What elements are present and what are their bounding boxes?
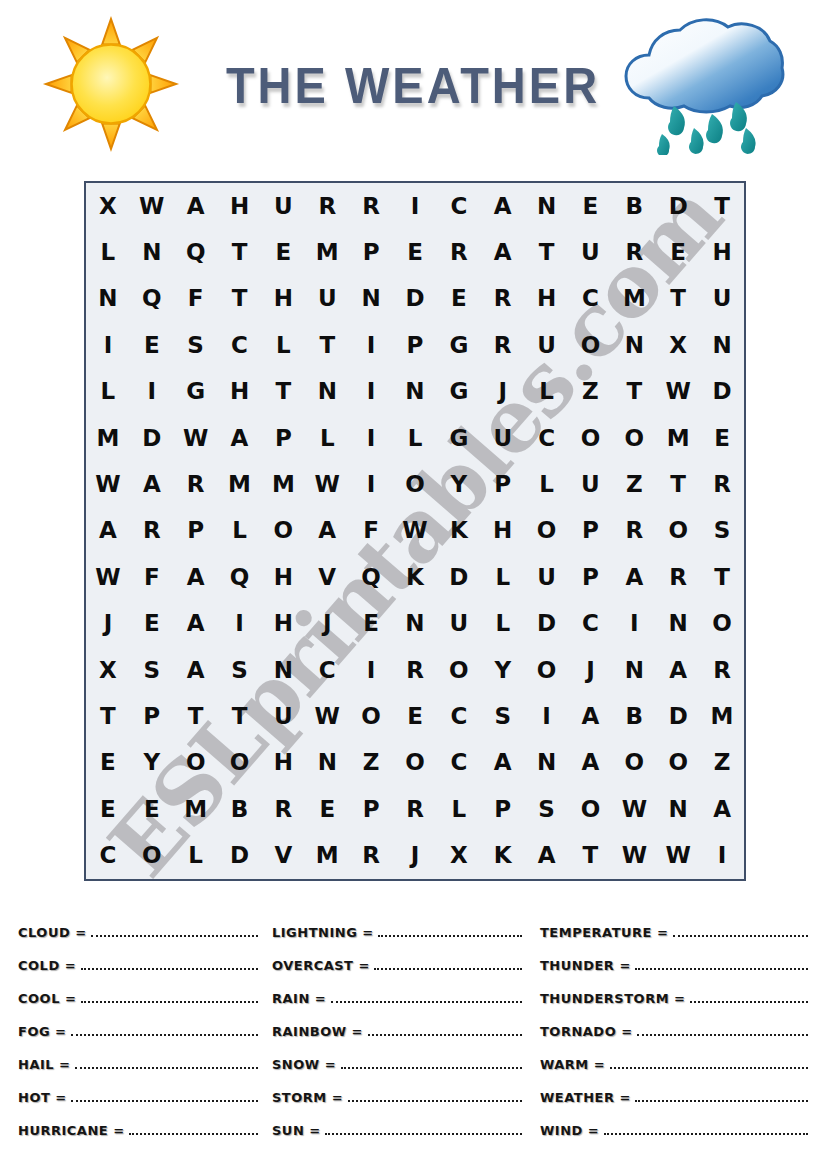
grid-cell-r12c2: P bbox=[130, 693, 174, 739]
equals-sign: = bbox=[55, 1024, 66, 1039]
grid-cell-r3c15: U bbox=[700, 276, 744, 322]
grid-cell-r7c11: L bbox=[525, 461, 569, 507]
grid-cell-r8c10: H bbox=[481, 508, 525, 554]
word-label: THUNDERSTORM bbox=[540, 991, 669, 1009]
grid-cell-r11c10: Y bbox=[481, 647, 525, 693]
grid-cell-r13c12: A bbox=[569, 740, 613, 786]
grid-cell-r15c15: I bbox=[700, 833, 744, 879]
equals-sign: = bbox=[674, 991, 685, 1006]
grid-cell-r13c13: O bbox=[612, 740, 656, 786]
word-label: TEMPERATURE bbox=[540, 925, 652, 943]
answer-line bbox=[75, 1067, 258, 1069]
grid-cell-r13c3: O bbox=[174, 740, 218, 786]
grid-cell-r15c4: D bbox=[218, 833, 262, 879]
grid-cell-r13c14: O bbox=[656, 740, 700, 786]
grid-cell-r10c9: U bbox=[437, 601, 481, 647]
equals-sign: = bbox=[621, 1024, 632, 1039]
grid-cell-r9c2: F bbox=[130, 554, 174, 600]
equals-sign: = bbox=[59, 1057, 70, 1072]
grid-cell-r14c13: W bbox=[612, 786, 656, 832]
grid-cell-r5c8: N bbox=[393, 369, 437, 415]
grid-cell-r4c6: T bbox=[305, 322, 349, 368]
grid-cell-r4c11: U bbox=[525, 322, 569, 368]
grid-cell-r10c11: D bbox=[525, 601, 569, 647]
grid-cell-r8c8: W bbox=[393, 508, 437, 554]
answer-line bbox=[71, 1034, 258, 1036]
word-label: SUN bbox=[272, 1123, 304, 1141]
grid-cell-r11c9: O bbox=[437, 647, 481, 693]
word-list-row: HAIL= bbox=[18, 1042, 258, 1075]
grid-cell-r10c12: C bbox=[569, 601, 613, 647]
word-label: WARM bbox=[540, 1057, 589, 1075]
answer-line bbox=[81, 1001, 258, 1003]
answer-line bbox=[604, 1133, 808, 1135]
equals-sign: = bbox=[65, 958, 76, 973]
equals-sign: = bbox=[65, 991, 76, 1006]
grid-cell-r6c8: L bbox=[393, 415, 437, 461]
answer-line bbox=[368, 1034, 523, 1036]
grid-cell-r8c13: R bbox=[612, 508, 656, 554]
grid-cell-r9c7: Q bbox=[349, 554, 393, 600]
answer-line bbox=[635, 968, 808, 970]
grid-cell-r6c5: P bbox=[261, 415, 305, 461]
grid-cell-r5c13: T bbox=[612, 369, 656, 415]
grid-cell-r9c11: U bbox=[525, 554, 569, 600]
word-list-row: WARM= bbox=[540, 1042, 808, 1075]
equals-sign: = bbox=[309, 1123, 320, 1138]
grid-cell-r2c4: T bbox=[218, 229, 262, 275]
grid-cell-r4c14: X bbox=[656, 322, 700, 368]
grid-cell-r3c1: N bbox=[86, 276, 130, 322]
grid-cell-r12c4: T bbox=[218, 693, 262, 739]
grid-cell-r15c10: K bbox=[481, 833, 525, 879]
grid-cell-r3c5: H bbox=[261, 276, 305, 322]
grid-cell-r6c1: M bbox=[86, 415, 130, 461]
word-label: RAINBOW bbox=[272, 1024, 347, 1042]
word-label: SNOW bbox=[272, 1057, 320, 1075]
grid-cell-r8c1: A bbox=[86, 508, 130, 554]
answer-line bbox=[673, 935, 808, 937]
grid-cell-r7c7: I bbox=[349, 461, 393, 507]
grid-cell-r13c11: N bbox=[525, 740, 569, 786]
grid-cell-r3c6: U bbox=[305, 276, 349, 322]
grid-cell-r11c15: R bbox=[700, 647, 744, 693]
grid-cell-r15c11: A bbox=[525, 833, 569, 879]
grid-cell-r5c4: H bbox=[218, 369, 262, 415]
word-label: WEATHER bbox=[540, 1090, 614, 1108]
grid-cell-r10c1: J bbox=[86, 601, 130, 647]
equals-sign: = bbox=[55, 1090, 66, 1105]
grid-cell-r6c15: E bbox=[700, 415, 744, 461]
grid-cell-r2c5: E bbox=[261, 229, 305, 275]
grid-cell-r5c5: T bbox=[261, 369, 305, 415]
grid-cell-r3c13: M bbox=[612, 276, 656, 322]
grid-cell-r8c7: F bbox=[349, 508, 393, 554]
grid-cell-r12c14: D bbox=[656, 693, 700, 739]
word-label: RAIN bbox=[272, 991, 310, 1009]
grid-cell-r10c2: E bbox=[130, 601, 174, 647]
grid-cell-r12c1: T bbox=[86, 693, 130, 739]
grid-cell-r7c6: W bbox=[305, 461, 349, 507]
answer-line bbox=[348, 1100, 522, 1102]
word-label: FOG bbox=[18, 1024, 50, 1042]
rain-cloud-icon bbox=[616, 10, 786, 155]
grid-cell-r15c8: J bbox=[393, 833, 437, 879]
equals-sign: = bbox=[325, 1057, 336, 1072]
answer-line bbox=[635, 1100, 808, 1102]
grid-cell-r6c7: I bbox=[349, 415, 393, 461]
grid-cell-r7c1: W bbox=[86, 461, 130, 507]
grid-cell-r12c6: W bbox=[305, 693, 349, 739]
word-list-column-2: LIGHTNING=OVERCAST=RAIN=RAINBOW=SNOW=STO… bbox=[272, 910, 522, 1141]
grid-cell-r5c12: Z bbox=[569, 369, 613, 415]
word-label: COLD bbox=[18, 958, 60, 976]
grid-cell-r14c4: B bbox=[218, 786, 262, 832]
grid-cell-r14c9: L bbox=[437, 786, 481, 832]
equals-sign: = bbox=[594, 1057, 605, 1072]
grid-cell-r13c4: O bbox=[218, 740, 262, 786]
grid-cell-r2c10: A bbox=[481, 229, 525, 275]
grid-cell-r2c14: E bbox=[656, 229, 700, 275]
grid-cell-r10c3: A bbox=[174, 601, 218, 647]
grid-cell-r3c7: N bbox=[349, 276, 393, 322]
grid-cell-r15c6: M bbox=[305, 833, 349, 879]
grid-cell-r9c6: V bbox=[305, 554, 349, 600]
grid-cell-r5c14: W bbox=[656, 369, 700, 415]
grid-cell-r2c13: R bbox=[612, 229, 656, 275]
grid-cell-r13c7: Z bbox=[349, 740, 393, 786]
grid-cell-r1c10: A bbox=[481, 183, 525, 229]
grid-cell-r10c4: I bbox=[218, 601, 262, 647]
grid-cell-r7c8: O bbox=[393, 461, 437, 507]
grid-cell-r11c12: J bbox=[569, 647, 613, 693]
equals-sign: = bbox=[359, 958, 370, 973]
grid-cell-r6c4: A bbox=[218, 415, 262, 461]
grid-cell-r5c3: G bbox=[174, 369, 218, 415]
grid-cell-r10c10: L bbox=[481, 601, 525, 647]
word-label: THUNDER bbox=[540, 958, 614, 976]
word-label: HURRICANE bbox=[18, 1123, 108, 1141]
grid-cell-r11c5: N bbox=[261, 647, 305, 693]
grid-cell-r4c1: I bbox=[86, 322, 130, 368]
grid-cell-r9c3: A bbox=[174, 554, 218, 600]
grid-cell-r14c11: S bbox=[525, 786, 569, 832]
word-list-row: COLD= bbox=[18, 943, 258, 976]
grid-cell-r10c6: J bbox=[305, 601, 349, 647]
grid-cell-r6c9: G bbox=[437, 415, 481, 461]
grid-cell-r12c5: U bbox=[261, 693, 305, 739]
grid-cell-r5c1: L bbox=[86, 369, 130, 415]
grid-cell-r11c14: A bbox=[656, 647, 700, 693]
grid-cell-r4c15: N bbox=[700, 322, 744, 368]
equals-sign: = bbox=[619, 958, 630, 973]
word-label: COOL bbox=[18, 991, 60, 1009]
answer-line bbox=[374, 968, 522, 970]
grid-cell-r14c6: E bbox=[305, 786, 349, 832]
grid-cell-r12c8: E bbox=[393, 693, 437, 739]
grid-cell-r3c12: C bbox=[569, 276, 613, 322]
equals-sign: = bbox=[619, 1090, 630, 1105]
grid-cell-r1c2: W bbox=[130, 183, 174, 229]
grid-cell-r6c3: W bbox=[174, 415, 218, 461]
equals-sign: = bbox=[362, 925, 373, 940]
word-list-row: TORNADO= bbox=[540, 1009, 808, 1042]
grid-cell-r6c2: D bbox=[130, 415, 174, 461]
equals-sign: = bbox=[588, 1123, 599, 1138]
equals-sign: = bbox=[113, 1123, 124, 1138]
grid-cell-r2c8: E bbox=[393, 229, 437, 275]
grid-cell-r8c11: O bbox=[525, 508, 569, 554]
grid-cell-r5c11: L bbox=[525, 369, 569, 415]
grid-cell-r8c5: O bbox=[261, 508, 305, 554]
word-list-row: WEATHER= bbox=[540, 1075, 808, 1108]
grid-cell-r8c14: O bbox=[656, 508, 700, 554]
grid-cell-r1c3: A bbox=[174, 183, 218, 229]
grid-cell-r10c15: O bbox=[700, 601, 744, 647]
grid-cell-r15c2: O bbox=[130, 833, 174, 879]
grid-cell-r2c3: Q bbox=[174, 229, 218, 275]
grid-cell-r14c10: P bbox=[481, 786, 525, 832]
grid-cell-r6c11: C bbox=[525, 415, 569, 461]
grid-cell-r15c5: V bbox=[261, 833, 305, 879]
word-label: LIGHTNING bbox=[272, 925, 357, 943]
grid-cell-r7c13: Z bbox=[612, 461, 656, 507]
grid-cell-r8c9: K bbox=[437, 508, 481, 554]
grid-cell-r3c3: F bbox=[174, 276, 218, 322]
equals-sign: = bbox=[315, 991, 326, 1006]
grid-cell-r14c15: A bbox=[700, 786, 744, 832]
grid-cell-r3c2: Q bbox=[130, 276, 174, 322]
grid-cell-r15c1: C bbox=[86, 833, 130, 879]
word-search-grid: XWAHURRICANEBDTLNQTEMPERATUREHNQFTHUNDER… bbox=[86, 183, 744, 879]
grid-cell-r5c10: J bbox=[481, 369, 525, 415]
word-list-column-3: TEMPERATURE=THUNDER=THUNDERSTORM=TORNADO… bbox=[540, 910, 808, 1141]
grid-cell-r4c3: S bbox=[174, 322, 218, 368]
answer-line bbox=[325, 1133, 522, 1135]
grid-cell-r7c10: P bbox=[481, 461, 525, 507]
grid-cell-r12c10: S bbox=[481, 693, 525, 739]
grid-cell-r9c8: K bbox=[393, 554, 437, 600]
grid-cell-r14c3: M bbox=[174, 786, 218, 832]
word-list-row: OVERCAST= bbox=[272, 943, 522, 976]
word-list-row: CLOUD= bbox=[18, 910, 258, 943]
grid-cell-r6c10: U bbox=[481, 415, 525, 461]
grid-cell-r10c7: E bbox=[349, 601, 393, 647]
word-label: OVERCAST bbox=[272, 958, 354, 976]
word-list-row: RAIN= bbox=[272, 976, 522, 1009]
grid-cell-r12c9: C bbox=[437, 693, 481, 739]
grid-cell-r4c9: G bbox=[437, 322, 481, 368]
grid-cell-r4c5: L bbox=[261, 322, 305, 368]
word-list: CLOUD=COLD=COOL=FOG=HAIL=HOT=HURRICANE=L… bbox=[18, 910, 808, 1141]
grid-cell-r13c2: Y bbox=[130, 740, 174, 786]
grid-cell-r3c4: T bbox=[218, 276, 262, 322]
worksheet-page: THE WEATHER bbox=[0, 0, 826, 1169]
grid-cell-r10c8: N bbox=[393, 601, 437, 647]
grid-cell-r7c2: A bbox=[130, 461, 174, 507]
grid-cell-r7c12: U bbox=[569, 461, 613, 507]
word-label: STORM bbox=[272, 1090, 327, 1108]
grid-cell-r7c14: T bbox=[656, 461, 700, 507]
grid-cell-r5c15: D bbox=[700, 369, 744, 415]
grid-cell-r11c7: I bbox=[349, 647, 393, 693]
word-list-row: THUNDERSTORM= bbox=[540, 976, 808, 1009]
word-list-row: LIGHTNING= bbox=[272, 910, 522, 943]
grid-cell-r7c9: Y bbox=[437, 461, 481, 507]
grid-cell-r13c15: Z bbox=[700, 740, 744, 786]
grid-cell-r9c13: A bbox=[612, 554, 656, 600]
answer-line bbox=[81, 968, 258, 970]
grid-cell-r7c3: R bbox=[174, 461, 218, 507]
grid-cell-r2c11: T bbox=[525, 229, 569, 275]
grid-cell-r7c5: M bbox=[261, 461, 305, 507]
grid-cell-r14c12: O bbox=[569, 786, 613, 832]
grid-cell-r12c15: M bbox=[700, 693, 744, 739]
grid-cell-r9c5: H bbox=[261, 554, 305, 600]
grid-cell-r2c9: R bbox=[437, 229, 481, 275]
word-list-row: HURRICANE= bbox=[18, 1108, 258, 1141]
word-list-row: HOT= bbox=[18, 1075, 258, 1108]
grid-cell-r5c9: G bbox=[437, 369, 481, 415]
grid-cell-r1c4: H bbox=[218, 183, 262, 229]
grid-cell-r12c12: A bbox=[569, 693, 613, 739]
grid-cell-r13c10: A bbox=[481, 740, 525, 786]
grid-cell-r3c8: D bbox=[393, 276, 437, 322]
grid-cell-r4c10: R bbox=[481, 322, 525, 368]
grid-cell-r10c5: H bbox=[261, 601, 305, 647]
grid-cell-r5c6: N bbox=[305, 369, 349, 415]
word-search-board: ESLprintables.com XWAHURRICANEBDTLNQTEMP… bbox=[84, 181, 746, 881]
grid-cell-r4c13: N bbox=[612, 322, 656, 368]
grid-cell-r13c8: O bbox=[393, 740, 437, 786]
grid-cell-r15c3: L bbox=[174, 833, 218, 879]
grid-cell-r11c4: S bbox=[218, 647, 262, 693]
grid-cell-r3c11: H bbox=[525, 276, 569, 322]
grid-cell-r12c13: B bbox=[612, 693, 656, 739]
grid-cell-r2c6: M bbox=[305, 229, 349, 275]
word-list-row: TEMPERATURE= bbox=[540, 910, 808, 943]
grid-cell-r15c14: W bbox=[656, 833, 700, 879]
answer-line bbox=[610, 1067, 808, 1069]
word-list-row: FOG= bbox=[18, 1009, 258, 1042]
word-label: HAIL bbox=[18, 1057, 54, 1075]
word-label: WIND bbox=[540, 1123, 583, 1141]
grid-cell-r8c15: S bbox=[700, 508, 744, 554]
grid-cell-r14c8: R bbox=[393, 786, 437, 832]
answer-line bbox=[341, 1067, 522, 1069]
grid-cell-r15c12: T bbox=[569, 833, 613, 879]
grid-cell-r5c7: I bbox=[349, 369, 393, 415]
grid-cell-r2c1: L bbox=[86, 229, 130, 275]
grid-cell-r2c12: U bbox=[569, 229, 613, 275]
word-list-row: WIND= bbox=[540, 1108, 808, 1141]
grid-cell-r2c7: P bbox=[349, 229, 393, 275]
grid-cell-r9c1: W bbox=[86, 554, 130, 600]
grid-cell-r8c6: A bbox=[305, 508, 349, 554]
grid-cell-r10c14: N bbox=[656, 601, 700, 647]
word-list-row: SUN= bbox=[272, 1108, 522, 1141]
answer-line bbox=[690, 1001, 808, 1003]
grid-cell-r6c6: L bbox=[305, 415, 349, 461]
grid-cell-r4c7: I bbox=[349, 322, 393, 368]
grid-cell-r1c8: I bbox=[393, 183, 437, 229]
grid-cell-r12c3: T bbox=[174, 693, 218, 739]
word-label: CLOUD bbox=[18, 925, 70, 943]
answer-line bbox=[331, 1001, 522, 1003]
grid-cell-r4c4: C bbox=[218, 322, 262, 368]
grid-cell-r1c11: N bbox=[525, 183, 569, 229]
grid-cell-r4c8: P bbox=[393, 322, 437, 368]
word-list-row: RAINBOW= bbox=[272, 1009, 522, 1042]
grid-cell-r3c10: R bbox=[481, 276, 525, 322]
answer-line bbox=[129, 1133, 258, 1135]
grid-cell-r6c13: O bbox=[612, 415, 656, 461]
grid-cell-r1c15: T bbox=[700, 183, 744, 229]
answer-line bbox=[71, 1100, 258, 1102]
grid-cell-r12c7: O bbox=[349, 693, 393, 739]
grid-cell-r1c6: R bbox=[305, 183, 349, 229]
grid-cell-r2c15: H bbox=[700, 229, 744, 275]
word-list-row: COOL= bbox=[18, 976, 258, 1009]
equals-sign: = bbox=[352, 1024, 363, 1039]
grid-cell-r11c2: S bbox=[130, 647, 174, 693]
grid-cell-r1c7: R bbox=[349, 183, 393, 229]
answer-line bbox=[378, 935, 522, 937]
grid-cell-r11c11: O bbox=[525, 647, 569, 693]
grid-cell-r1c14: D bbox=[656, 183, 700, 229]
grid-cell-r6c14: M bbox=[656, 415, 700, 461]
grid-cell-r11c3: A bbox=[174, 647, 218, 693]
grid-cell-r8c2: R bbox=[130, 508, 174, 554]
word-list-row: SNOW= bbox=[272, 1042, 522, 1075]
grid-cell-r14c1: E bbox=[86, 786, 130, 832]
grid-cell-r15c13: W bbox=[612, 833, 656, 879]
grid-cell-r8c4: L bbox=[218, 508, 262, 554]
grid-cell-r13c5: H bbox=[261, 740, 305, 786]
grid-cell-r9c15: T bbox=[700, 554, 744, 600]
grid-cell-r8c12: P bbox=[569, 508, 613, 554]
grid-cell-r4c2: E bbox=[130, 322, 174, 368]
word-list-column-1: CLOUD=COLD=COOL=FOG=HAIL=HOT=HURRICANE= bbox=[18, 910, 258, 1141]
grid-cell-r9c9: D bbox=[437, 554, 481, 600]
grid-cell-r13c6: N bbox=[305, 740, 349, 786]
grid-cell-r3c9: E bbox=[437, 276, 481, 322]
grid-cell-r7c4: M bbox=[218, 461, 262, 507]
grid-cell-r14c2: E bbox=[130, 786, 174, 832]
answer-line bbox=[91, 935, 258, 937]
grid-cell-r2c2: N bbox=[130, 229, 174, 275]
word-label: HOT bbox=[18, 1090, 50, 1108]
grid-cell-r1c9: C bbox=[437, 183, 481, 229]
grid-cell-r13c9: C bbox=[437, 740, 481, 786]
grid-cell-r9c10: L bbox=[481, 554, 525, 600]
grid-cell-r14c7: P bbox=[349, 786, 393, 832]
grid-cell-r1c13: B bbox=[612, 183, 656, 229]
grid-cell-r1c12: E bbox=[569, 183, 613, 229]
grid-cell-r3c14: T bbox=[656, 276, 700, 322]
grid-cell-r15c7: R bbox=[349, 833, 393, 879]
equals-sign: = bbox=[75, 925, 86, 940]
grid-cell-r6c12: O bbox=[569, 415, 613, 461]
grid-cell-r10c13: I bbox=[612, 601, 656, 647]
grid-cell-r11c13: N bbox=[612, 647, 656, 693]
grid-cell-r14c14: N bbox=[656, 786, 700, 832]
grid-cell-r9c4: Q bbox=[218, 554, 262, 600]
grid-cell-r14c5: R bbox=[261, 786, 305, 832]
grid-cell-r12c11: I bbox=[525, 693, 569, 739]
equals-sign: = bbox=[332, 1090, 343, 1105]
grid-cell-r13c1: E bbox=[86, 740, 130, 786]
